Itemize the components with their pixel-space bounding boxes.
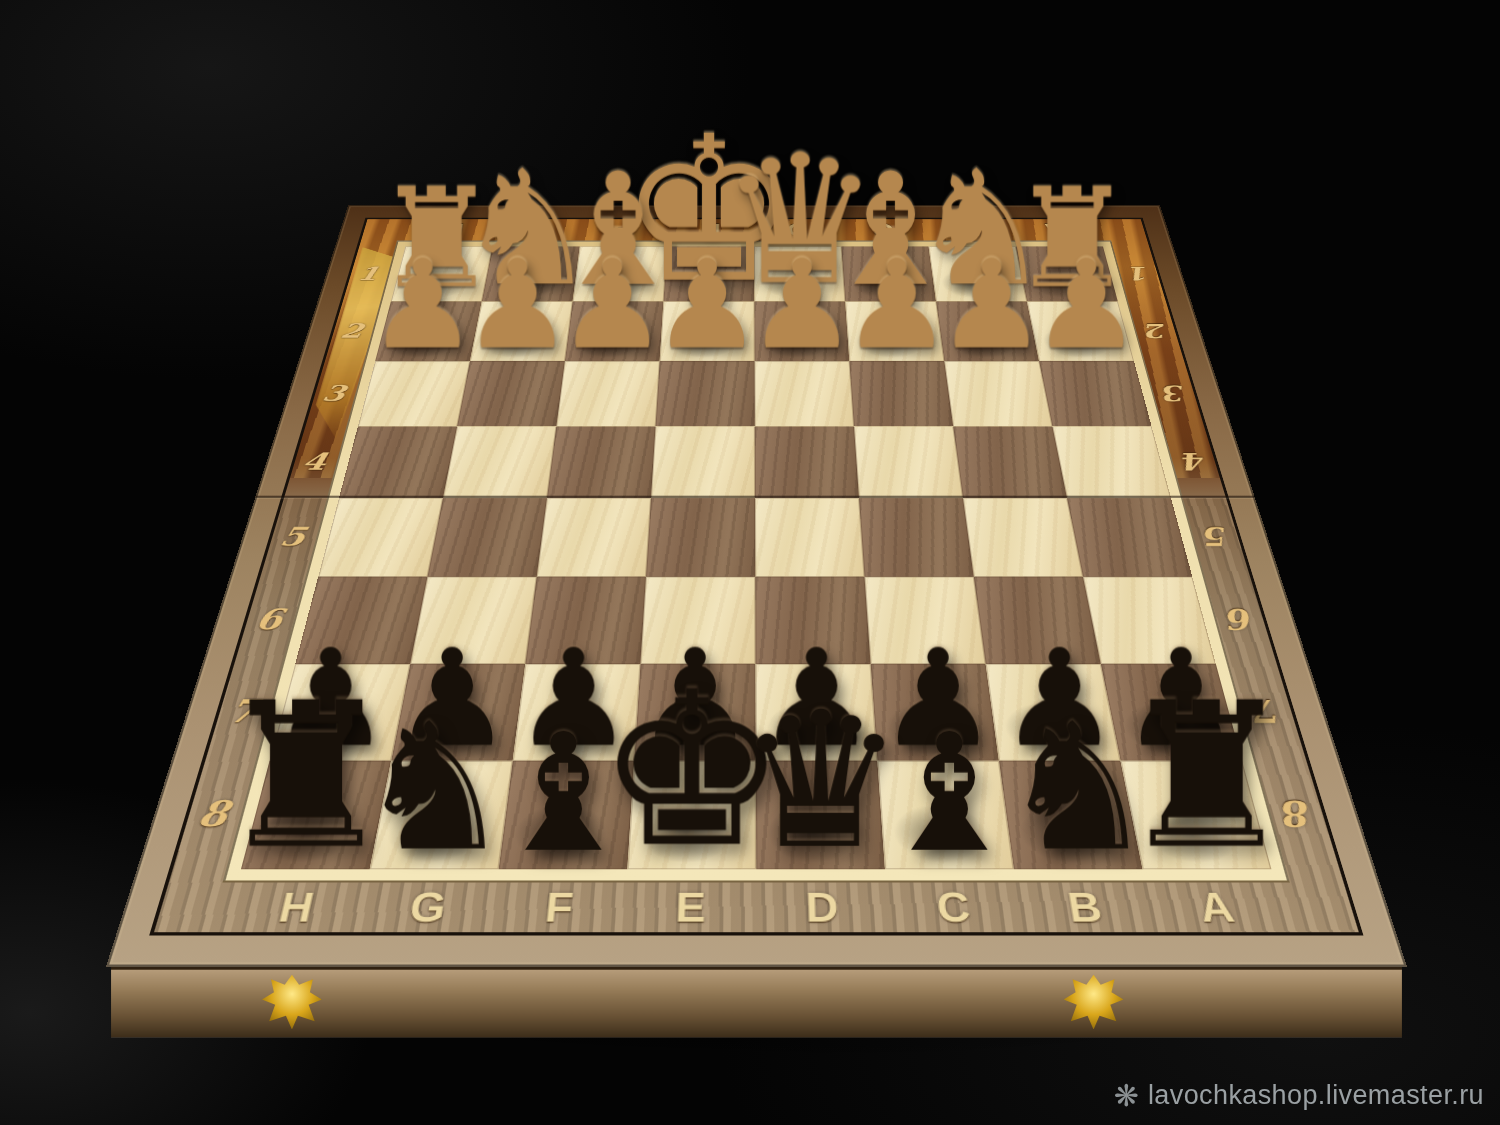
brass-latch-right <box>1064 975 1124 1030</box>
black-rook-a8[interactable]: ♜ <box>1117 687 1297 867</box>
square-c8[interactable]: ♝ <box>877 761 1013 870</box>
brass-latch-left <box>262 975 322 1030</box>
file-label-top-a: A <box>1010 217 1102 242</box>
file-label-top-e: E <box>667 217 754 242</box>
file-label-top-h: H <box>407 217 499 242</box>
livemaster-snowflake-icon: ❋ <box>1114 1081 1139 1111</box>
file-label-top-f: F <box>580 217 668 242</box>
file-labels-top: HGFEDCBA <box>407 217 1102 242</box>
photo-backdrop: ♜♞♝♚♛♝♞♜♟♟♟♟♟♟♟♟♟♟♟♟♟♟♟♟♜♞♝♚♛♝♞♜ HGFEDCB… <box>0 0 1500 1125</box>
rosewood-gold-streak <box>305 247 402 439</box>
file-label-top-d: D <box>754 217 841 242</box>
chessboard-scene: ♜♞♝♚♛♝♞♜♟♟♟♟♟♟♟♟♟♟♟♟♟♟♟♟♜♞♝♚♛♝♞♜ HGFEDCB… <box>0 0 1500 1125</box>
chessboard: ♜♞♝♚♛♝♞♜♟♟♟♟♟♟♟♟♟♟♟♟♟♟♟♟♜♞♝♚♛♝♞♜ HGFEDCB… <box>106 205 1407 967</box>
square-a8[interactable]: ♜ <box>1121 761 1272 870</box>
file-label-top-b: B <box>925 217 1015 242</box>
file-label-top-g: G <box>493 217 583 242</box>
board-front-edge <box>111 967 1402 1037</box>
file-label-top-c: C <box>839 217 928 242</box>
square-d8[interactable]: ♛ <box>756 761 885 870</box>
watermark-text: lavochkashop.livemaster.ru <box>1148 1080 1484 1111</box>
watermark: ❋ lavochkashop.livemaster.ru <box>1114 1080 1484 1111</box>
